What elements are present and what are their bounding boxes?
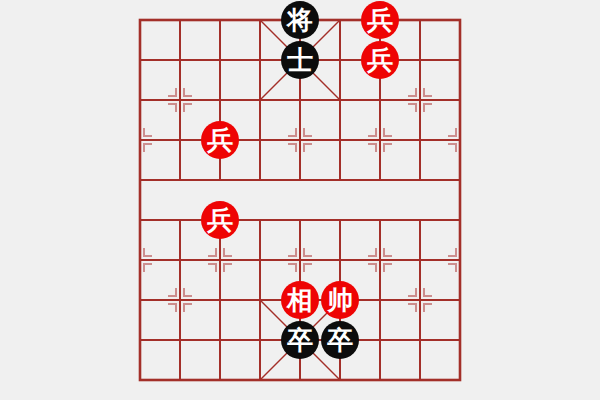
piece-red-elephant[interactable]: 相 (281, 281, 319, 319)
piece-black-general[interactable]: 将 (281, 1, 319, 39)
xiangqi-board: 将士兵兵兵兵相帅卒卒 (0, 0, 600, 400)
piece-red-general[interactable]: 帅 (321, 281, 359, 319)
piece-red-soldier[interactable]: 兵 (201, 121, 239, 159)
piece-red-soldier[interactable]: 兵 (201, 201, 239, 239)
piece-black-soldier[interactable]: 卒 (321, 321, 359, 359)
pieces-layer: 将士兵兵兵兵相帅卒卒 (120, 0, 480, 400)
piece-red-soldier[interactable]: 兵 (361, 1, 399, 39)
piece-red-soldier[interactable]: 兵 (361, 41, 399, 79)
piece-black-soldier[interactable]: 卒 (281, 321, 319, 359)
piece-black-advisor[interactable]: 士 (281, 41, 319, 79)
